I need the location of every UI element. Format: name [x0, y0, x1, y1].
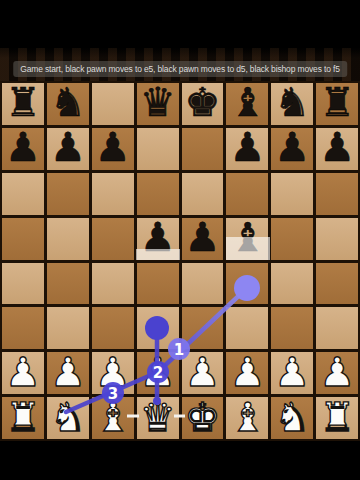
square-a5[interactable] — [2, 218, 44, 260]
square-f5[interactable]: ♝ — [226, 218, 268, 260]
square-d5[interactable]: ♟ — [137, 218, 179, 260]
square-a8[interactable]: ♜ — [2, 83, 44, 125]
square-d1[interactable]: ♛ — [137, 397, 179, 439]
square-a7[interactable]: ♟ — [2, 128, 44, 170]
page: { "app": { "background": "#000000" }, "b… — [0, 0, 360, 480]
square-e8[interactable]: ♚ — [182, 83, 224, 125]
piece-white-pawn-e2[interactable]: ♟ — [182, 349, 224, 394]
square-f7[interactable]: ♟ — [226, 128, 268, 170]
square-d3[interactable] — [137, 307, 179, 349]
piece-white-queen-d1[interactable]: ♛ — [137, 394, 179, 439]
square-g1[interactable]: ♞ — [271, 397, 313, 439]
square-h8[interactable]: ♜ — [316, 83, 358, 125]
square-h3[interactable] — [316, 307, 358, 349]
piece-black-pawn-a7[interactable]: ♟ — [2, 125, 44, 170]
square-b2[interactable]: ♟ — [47, 352, 89, 394]
square-h6[interactable] — [316, 173, 358, 215]
square-c4[interactable] — [92, 263, 134, 305]
square-c1[interactable]: ♝ — [92, 397, 134, 439]
square-d2[interactable]: ♟ — [137, 352, 179, 394]
square-a6[interactable] — [2, 173, 44, 215]
piece-white-pawn-c2[interactable]: ♟ — [92, 349, 134, 394]
piece-white-king-e1[interactable]: ♚ — [182, 394, 224, 439]
square-h4[interactable] — [316, 263, 358, 305]
square-b3[interactable] — [47, 307, 89, 349]
piece-black-pawn-g7[interactable]: ♟ — [271, 125, 313, 170]
square-a2[interactable]: ♟ — [2, 352, 44, 394]
square-b5[interactable] — [47, 218, 89, 260]
square-d4[interactable] — [137, 263, 179, 305]
square-d8[interactable]: ♛ — [137, 83, 179, 125]
piece-black-knight-g8[interactable]: ♞ — [271, 80, 313, 125]
square-c7[interactable]: ♟ — [92, 128, 134, 170]
square-g5[interactable] — [271, 218, 313, 260]
square-a1[interactable]: ♜ — [2, 397, 44, 439]
piece-black-queen-d8[interactable]: ♛ — [137, 80, 179, 125]
square-c5[interactable] — [92, 218, 134, 260]
piece-black-pawn-f7[interactable]: ♟ — [226, 125, 268, 170]
square-e4[interactable] — [182, 263, 224, 305]
square-g7[interactable]: ♟ — [271, 128, 313, 170]
square-e7[interactable] — [182, 128, 224, 170]
piece-white-knight-b1[interactable]: ♞ — [47, 394, 89, 439]
piece-white-pawn-g2[interactable]: ♟ — [271, 349, 313, 394]
piece-black-rook-h8[interactable]: ♜ — [316, 80, 358, 125]
square-a4[interactable] — [2, 263, 44, 305]
piece-white-knight-g1[interactable]: ♞ — [271, 394, 313, 439]
piece-white-pawn-a2[interactable]: ♟ — [2, 349, 44, 394]
square-b8[interactable]: ♞ — [47, 83, 89, 125]
move-history-banner: Game start, black pawn moves to e5, blac… — [13, 61, 347, 77]
piece-black-pawn-c7[interactable]: ♟ — [92, 125, 134, 170]
square-f8[interactable]: ♝ — [226, 83, 268, 125]
piece-white-bishop-c1[interactable]: ♝ — [92, 394, 134, 439]
square-b7[interactable]: ♟ — [47, 128, 89, 170]
square-b6[interactable] — [47, 173, 89, 215]
piece-black-bishop-f8[interactable]: ♝ — [226, 80, 268, 125]
square-e3[interactable] — [182, 307, 224, 349]
square-h1[interactable]: ♜ — [316, 397, 358, 439]
square-g2[interactable]: ♟ — [271, 352, 313, 394]
square-f4[interactable] — [226, 263, 268, 305]
square-g3[interactable] — [271, 307, 313, 349]
piece-black-rook-a8[interactable]: ♜ — [2, 80, 44, 125]
square-c2[interactable]: ♟ — [92, 352, 134, 394]
piece-black-knight-b8[interactable]: ♞ — [47, 80, 89, 125]
square-f6[interactable] — [226, 173, 268, 215]
square-b4[interactable] — [47, 263, 89, 305]
square-e1[interactable]: ♚ — [182, 397, 224, 439]
square-e6[interactable] — [182, 173, 224, 215]
piece-white-bishop-f1[interactable]: ♝ — [226, 394, 268, 439]
piece-white-rook-h1[interactable]: ♜ — [316, 394, 358, 439]
piece-black-pawn-e5[interactable]: ♟ — [182, 215, 224, 260]
square-f3[interactable] — [226, 307, 268, 349]
square-h2[interactable]: ♟ — [316, 352, 358, 394]
square-g8[interactable]: ♞ — [271, 83, 313, 125]
square-c8[interactable] — [92, 83, 134, 125]
square-d7[interactable] — [137, 128, 179, 170]
move-history-text: Game start, black pawn moves to e5, blac… — [20, 64, 340, 74]
square-g6[interactable] — [271, 173, 313, 215]
piece-white-rook-a1[interactable]: ♜ — [2, 394, 44, 439]
square-e2[interactable]: ♟ — [182, 352, 224, 394]
piece-white-pawn-f2[interactable]: ♟ — [226, 349, 268, 394]
piece-white-pawn-h2[interactable]: ♟ — [316, 349, 358, 394]
square-e5[interactable]: ♟ — [182, 218, 224, 260]
square-h7[interactable]: ♟ — [316, 128, 358, 170]
square-a3[interactable] — [2, 307, 44, 349]
piece-black-pawn-h7[interactable]: ♟ — [316, 125, 358, 170]
chess-board: ♜♞♛♚♝♞♜♟♟♟♟♟♟♟♟♝♟♟♟♟♟♟♟♟♜♞♝♛♚♝♞♜ — [0, 81, 360, 441]
piece-white-pawn-b2[interactable]: ♟ — [47, 349, 89, 394]
square-h5[interactable] — [316, 218, 358, 260]
square-d6[interactable] — [137, 173, 179, 215]
square-f2[interactable]: ♟ — [226, 352, 268, 394]
square-g4[interactable] — [271, 263, 313, 305]
square-b1[interactable]: ♞ — [47, 397, 89, 439]
piece-black-pawn-d5[interactable]: ♟ — [137, 215, 179, 260]
piece-black-king-e8[interactable]: ♚ — [182, 80, 224, 125]
square-c6[interactable] — [92, 173, 134, 215]
square-c3[interactable] — [92, 307, 134, 349]
square-f1[interactable]: ♝ — [226, 397, 268, 439]
piece-white-pawn-d2[interactable]: ♟ — [137, 349, 179, 394]
piece-black-pawn-b7[interactable]: ♟ — [47, 125, 89, 170]
piece-black-bishop-f5[interactable]: ♝ — [226, 215, 268, 260]
